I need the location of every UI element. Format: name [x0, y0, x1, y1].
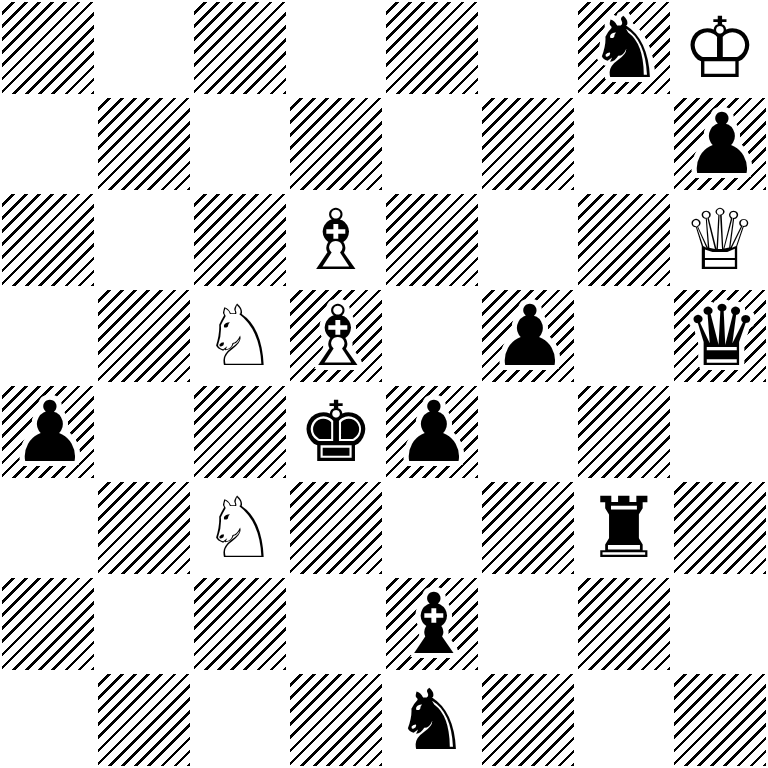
- square-h8[interactable]: ♚♔: [672, 0, 768, 96]
- square-e2[interactable]: ♝♝: [384, 576, 480, 672]
- square-a1[interactable]: [0, 672, 96, 768]
- piece-black-pawn-icon[interactable]: ♟♟: [674, 96, 766, 192]
- square-h3[interactable]: [672, 480, 768, 576]
- square-c8[interactable]: [192, 0, 288, 96]
- square-g7[interactable]: [576, 96, 672, 192]
- piece-glyph: ♘: [192, 480, 288, 576]
- chess-board: ♞♞♚♔♟♟♝♗♛♕♞♘♝♗♟♟♛♛♟♟♚♚♟♟♞♘♜♜♝♝♞♞: [0, 0, 768, 768]
- square-d2[interactable]: [288, 576, 384, 672]
- square-d3[interactable]: [288, 480, 384, 576]
- piece-black-pawn-icon[interactable]: ♟♟: [386, 384, 478, 480]
- square-c6[interactable]: [192, 192, 288, 288]
- piece-glyph: ♗: [288, 192, 384, 288]
- piece-glyph: ♛: [674, 288, 768, 384]
- square-e3[interactable]: [384, 480, 480, 576]
- square-c5[interactable]: ♞♘: [192, 288, 288, 384]
- square-d4[interactable]: ♚♚: [288, 384, 384, 480]
- piece-white-knight-icon[interactable]: ♞♘: [192, 480, 288, 576]
- square-b1[interactable]: [96, 672, 192, 768]
- square-c4[interactable]: [192, 384, 288, 480]
- square-a3[interactable]: [0, 480, 96, 576]
- piece-black-knight-icon[interactable]: ♞♞: [578, 0, 670, 96]
- piece-white-bishop-icon[interactable]: ♝♗: [288, 192, 384, 288]
- square-e8[interactable]: [384, 0, 480, 96]
- square-e5[interactable]: [384, 288, 480, 384]
- piece-white-king-icon[interactable]: ♚♔: [672, 0, 768, 96]
- piece-glyph: ♞: [578, 0, 672, 96]
- square-h4[interactable]: [672, 384, 768, 480]
- square-b6[interactable]: [96, 192, 192, 288]
- square-d8[interactable]: [288, 0, 384, 96]
- square-b7[interactable]: [96, 96, 192, 192]
- square-d1[interactable]: [288, 672, 384, 768]
- square-f3[interactable]: [480, 480, 576, 576]
- square-a5[interactable]: [0, 288, 96, 384]
- square-f5[interactable]: ♟♟: [480, 288, 576, 384]
- square-e7[interactable]: [384, 96, 480, 192]
- piece-black-pawn-icon[interactable]: ♟♟: [2, 384, 94, 480]
- square-f2[interactable]: [480, 576, 576, 672]
- square-a6[interactable]: [0, 192, 96, 288]
- piece-glyph: ♗: [290, 288, 384, 384]
- square-h2[interactable]: [672, 576, 768, 672]
- square-h5[interactable]: ♛♛: [672, 288, 768, 384]
- piece-glyph: ♕: [672, 192, 768, 288]
- square-b2[interactable]: [96, 576, 192, 672]
- square-b8[interactable]: [96, 0, 192, 96]
- square-c3[interactable]: ♞♘: [192, 480, 288, 576]
- square-e4[interactable]: ♟♟: [384, 384, 480, 480]
- square-d6[interactable]: ♝♗: [288, 192, 384, 288]
- square-b5[interactable]: [96, 288, 192, 384]
- square-g2[interactable]: [576, 576, 672, 672]
- square-d5[interactable]: ♝♗: [288, 288, 384, 384]
- square-c1[interactable]: [192, 672, 288, 768]
- piece-white-bishop-icon[interactable]: ♝♗: [290, 288, 382, 384]
- square-c2[interactable]: [192, 576, 288, 672]
- square-g4[interactable]: [576, 384, 672, 480]
- piece-glyph: ♟: [2, 384, 96, 480]
- square-b3[interactable]: [96, 480, 192, 576]
- square-f7[interactable]: [480, 96, 576, 192]
- piece-black-pawn-icon[interactable]: ♟♟: [482, 288, 574, 384]
- square-f4[interactable]: [480, 384, 576, 480]
- piece-white-knight-icon[interactable]: ♞♘: [192, 288, 288, 384]
- square-g6[interactable]: [576, 192, 672, 288]
- square-a8[interactable]: [0, 0, 96, 96]
- square-a7[interactable]: [0, 96, 96, 192]
- piece-glyph: ♞: [384, 672, 480, 768]
- square-f8[interactable]: [480, 0, 576, 96]
- square-h1[interactable]: [672, 672, 768, 768]
- piece-white-queen-icon[interactable]: ♛♕: [672, 192, 768, 288]
- piece-glyph: ♔: [672, 0, 768, 96]
- piece-glyph: ♟: [674, 96, 768, 192]
- square-h7[interactable]: ♟♟: [672, 96, 768, 192]
- piece-glyph: ♝: [386, 576, 480, 672]
- piece-glyph: ♟: [386, 384, 480, 480]
- square-d7[interactable]: [288, 96, 384, 192]
- piece-glyph: ♚: [288, 384, 384, 480]
- square-f6[interactable]: [480, 192, 576, 288]
- square-h6[interactable]: ♛♕: [672, 192, 768, 288]
- piece-glyph: ♟: [482, 288, 576, 384]
- piece-black-bishop-icon[interactable]: ♝♝: [386, 576, 478, 672]
- square-e6[interactable]: [384, 192, 480, 288]
- square-g3[interactable]: ♜♜: [576, 480, 672, 576]
- piece-glyph: ♜: [576, 480, 672, 576]
- piece-black-queen-icon[interactable]: ♛♛: [674, 288, 766, 384]
- square-b4[interactable]: [96, 384, 192, 480]
- square-e1[interactable]: ♞♞: [384, 672, 480, 768]
- piece-black-rook-icon[interactable]: ♜♜: [576, 480, 672, 576]
- square-g5[interactable]: [576, 288, 672, 384]
- square-g8[interactable]: ♞♞: [576, 0, 672, 96]
- square-a4[interactable]: ♟♟: [0, 384, 96, 480]
- square-g1[interactable]: [576, 672, 672, 768]
- square-c7[interactable]: [192, 96, 288, 192]
- piece-black-king-icon[interactable]: ♚♚: [288, 384, 384, 480]
- square-f1[interactable]: [480, 672, 576, 768]
- square-a2[interactable]: [0, 576, 96, 672]
- piece-black-knight-icon[interactable]: ♞♞: [384, 672, 480, 768]
- piece-glyph: ♘: [192, 288, 288, 384]
